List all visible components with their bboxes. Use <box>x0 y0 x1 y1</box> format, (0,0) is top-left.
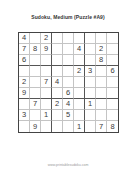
page-title: Sudoku, Medium (Puzzle #A9) <box>0 14 136 20</box>
cell-r4c8[interactable] <box>96 66 107 77</box>
cell-r2c2: 8 <box>30 44 41 55</box>
cell-r6c3[interactable] <box>41 88 52 99</box>
cell-r4c3[interactable] <box>41 66 52 77</box>
cell-r8c3: 1 <box>41 110 52 121</box>
cell-r3c4[interactable] <box>52 55 63 66</box>
cell-r7c9[interactable] <box>107 99 118 110</box>
cell-r6c4[interactable] <box>52 88 63 99</box>
cell-r2c3: 9 <box>41 44 52 55</box>
cell-r2c4[interactable] <box>52 44 63 55</box>
cell-r1c1: 4 <box>19 33 30 44</box>
cell-r5c9[interactable] <box>107 77 118 88</box>
cell-r6c8[interactable] <box>96 88 107 99</box>
cell-r7c1[interactable] <box>19 99 30 110</box>
cell-r9c3[interactable] <box>41 121 52 132</box>
cell-r4c1[interactable] <box>19 66 30 77</box>
cell-r2c1: 7 <box>19 44 30 55</box>
cell-r1c9[interactable] <box>107 33 118 44</box>
cell-r3c6[interactable] <box>74 55 85 66</box>
cell-r1c7[interactable] <box>85 33 96 44</box>
cell-r5c1: 2 <box>19 77 30 88</box>
cell-r4c4[interactable] <box>52 66 63 77</box>
cell-r3c9[interactable] <box>107 55 118 66</box>
cell-r6c7[interactable] <box>85 88 96 99</box>
cell-r5c3: 7 <box>41 77 52 88</box>
cell-r4c5[interactable] <box>63 66 74 77</box>
cell-r3c2[interactable] <box>30 55 41 66</box>
cell-r8c5: 5 <box>63 110 74 121</box>
cell-r8c7[interactable] <box>85 110 96 121</box>
cell-r7c7: 1 <box>85 99 96 110</box>
cell-r2c5[interactable] <box>63 44 74 55</box>
cell-r9c7[interactable] <box>85 121 96 132</box>
cell-r5c8[interactable] <box>96 77 107 88</box>
cell-r2c6: 4 <box>74 44 85 55</box>
footer-url: www.printablesudoku.com <box>0 163 136 167</box>
cell-r1c8[interactable] <box>96 33 107 44</box>
cell-r7c8[interactable] <box>96 99 107 110</box>
cell-r6c1: 9 <box>19 88 30 99</box>
cell-r4c9: 6 <box>107 66 118 77</box>
cell-r1c5[interactable] <box>63 33 74 44</box>
cell-r6c5: 6 <box>63 88 74 99</box>
cell-r5c2[interactable] <box>30 77 41 88</box>
cell-r4c6: 2 <box>74 66 85 77</box>
cell-r8c6[interactable] <box>74 110 85 121</box>
cell-r4c7: 3 <box>85 66 96 77</box>
cell-r5c4: 4 <box>52 77 63 88</box>
cell-r1c4[interactable] <box>52 33 63 44</box>
cell-r3c8: 8 <box>96 55 107 66</box>
cell-r8c2[interactable] <box>30 110 41 121</box>
cell-r9c2: 9 <box>30 121 41 132</box>
cell-r8c8[interactable] <box>96 110 107 121</box>
cell-r7c5: 4 <box>63 99 74 110</box>
cell-r1c3: 2 <box>41 33 52 44</box>
cell-r5c5[interactable] <box>63 77 74 88</box>
cell-r8c1: 3 <box>19 110 30 121</box>
cell-r3c1: 6 <box>19 55 30 66</box>
cell-r1c2[interactable] <box>30 33 41 44</box>
cell-r3c5[interactable] <box>63 55 74 66</box>
cell-r9c6: 1 <box>74 121 85 132</box>
sudoku-board: 4278942682362749672413159178 <box>18 32 119 133</box>
cell-r7c2: 7 <box>30 99 41 110</box>
cell-r2c8: 2 <box>96 44 107 55</box>
cell-r8c9[interactable] <box>107 110 118 121</box>
cell-r6c6[interactable] <box>74 88 85 99</box>
sudoku-page: Sudoku, Medium (Puzzle #A9) 427894268236… <box>0 0 136 176</box>
cell-r7c3[interactable] <box>41 99 52 110</box>
cell-r3c7[interactable] <box>85 55 96 66</box>
cell-r5c6[interactable] <box>74 77 85 88</box>
cell-r5c7[interactable] <box>85 77 96 88</box>
cell-r9c9: 8 <box>107 121 118 132</box>
cell-r4c2[interactable] <box>30 66 41 77</box>
cell-r8c4[interactable] <box>52 110 63 121</box>
cell-r6c9[interactable] <box>107 88 118 99</box>
cell-r1c6[interactable] <box>74 33 85 44</box>
cell-r7c6[interactable] <box>74 99 85 110</box>
cell-r9c5[interactable] <box>63 121 74 132</box>
cell-r9c4[interactable] <box>52 121 63 132</box>
cell-r3c3[interactable] <box>41 55 52 66</box>
cell-r7c4: 2 <box>52 99 63 110</box>
cell-r9c1[interactable] <box>19 121 30 132</box>
cell-r6c2[interactable] <box>30 88 41 99</box>
cell-r9c8: 7 <box>96 121 107 132</box>
cell-r2c9[interactable] <box>107 44 118 55</box>
cell-r2c7[interactable] <box>85 44 96 55</box>
